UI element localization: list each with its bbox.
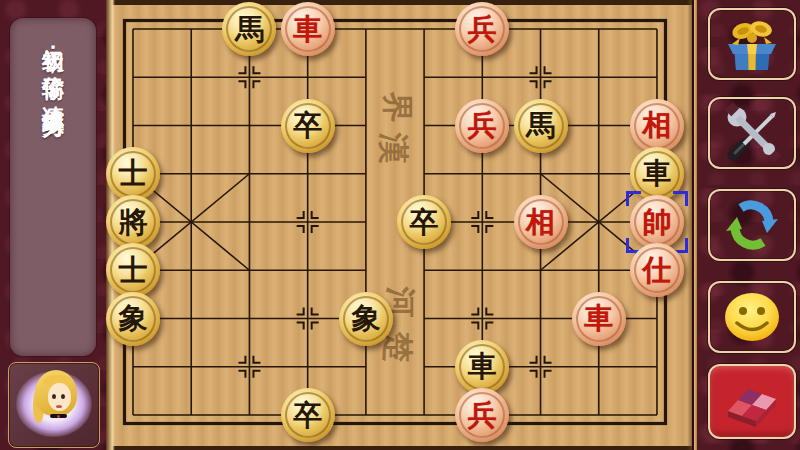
piece-character: 兵 [468,15,497,44]
piece-character: 卒 [293,111,322,140]
piece-black-general[interactable]: 將 [106,195,160,249]
piece-red-elephant[interactable]: 相 [630,99,684,153]
tools-icon [720,102,784,164]
piece-black-soldier[interactable]: 卒 [397,195,451,249]
piece-red-chariot[interactable]: 車 [281,2,335,56]
restart-icon [720,193,784,257]
tools-button[interactable] [708,97,796,169]
piece-character: 車 [642,159,671,188]
piece-character: 卒 [293,401,322,430]
gift-icon [720,14,784,74]
smiley-icon [720,288,784,346]
piece-red-soldier[interactable]: 兵 [455,2,509,56]
piece-character: 象 [119,304,148,333]
piece-character: 象 [351,304,380,333]
emote-button[interactable] [708,281,796,353]
piece-black-advisor[interactable]: 士 [106,243,160,297]
piece-red-elephant[interactable]: 相 [514,195,568,249]
selection-corner [673,191,688,206]
piece-character: 相 [642,111,671,140]
piece-black-elephant[interactable]: 象 [106,292,160,346]
piece-character: 車 [293,15,322,44]
piece-red-chariot[interactable]: 車 [572,292,626,346]
game-window: 初级：你输了，请你继续努力！ 界漢河楚 馬車兵卒兵馬相士車將卒相帥士仕象象車車卒… [0,0,800,450]
piece-character: 馬 [526,111,555,140]
quit-button[interactable] [708,364,796,439]
piece-character: 將 [119,208,148,237]
piece-character: 帥 [642,208,671,237]
piece-black-advisor[interactable]: 士 [106,147,160,201]
piece-black-chariot[interactable]: 車 [455,340,509,394]
piece-character: 車 [584,304,613,333]
piece-red-soldier[interactable]: 兵 [455,99,509,153]
piece-character: 卒 [410,208,439,237]
piece-character: 仕 [642,256,671,285]
eraser-icon [720,371,784,433]
piece-character: 車 [468,352,497,381]
piece-red-advisor[interactable]: 仕 [630,243,684,297]
selection-corner [626,191,641,206]
piece-black-soldier[interactable]: 卒 [281,99,335,153]
piece-red-general[interactable]: 帥 [630,195,684,249]
piece-black-elephant[interactable]: 象 [339,292,393,346]
piece-black-horse[interactable]: 馬 [222,2,276,56]
piece-character: 士 [119,159,148,188]
gift-button[interactable] [708,8,796,80]
right-panel [692,0,800,450]
piece-layer: 馬車兵卒兵馬相士車將卒相帥士仕象象車車卒兵 [0,0,800,450]
piece-character: 相 [526,208,555,237]
restart-button[interactable] [708,189,796,261]
piece-character: 馬 [235,15,264,44]
piece-black-horse[interactable]: 馬 [514,99,568,153]
piece-red-soldier[interactable]: 兵 [455,388,509,442]
piece-character: 兵 [468,111,497,140]
piece-black-soldier[interactable]: 卒 [281,388,335,442]
piece-character: 兵 [468,401,497,430]
piece-character: 士 [119,256,148,285]
